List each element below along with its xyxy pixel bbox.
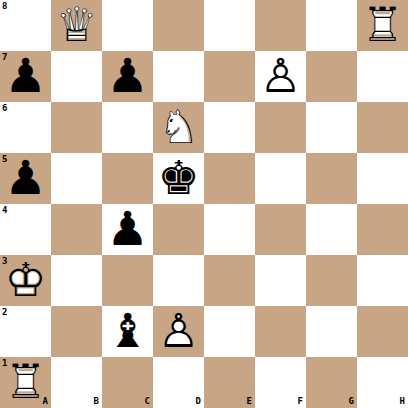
piece-fill-glyph: ♟ [102, 204, 153, 255]
piece-wK-a3[interactable]: ♚♔ [0, 255, 51, 306]
piece-outline-glyph: ♖ [357, 0, 408, 51]
file-label-f: F [298, 397, 303, 406]
rank-label-6: 6 [2, 104, 7, 113]
file-label-g: G [349, 397, 354, 406]
square-h8[interactable]: ♜♖ [357, 0, 408, 51]
square-c8[interactable] [102, 0, 153, 51]
square-b2[interactable] [51, 306, 102, 357]
square-a4[interactable]: 4 [0, 204, 51, 255]
square-a1[interactable]: 1A♜♖ [0, 357, 51, 408]
square-c1[interactable]: C [102, 357, 153, 408]
piece-wP-d2[interactable]: ♟♙ [153, 306, 204, 357]
piece-fill-glyph: ♝ [102, 306, 153, 357]
square-e5[interactable] [204, 153, 255, 204]
piece-wR-h8[interactable]: ♜♖ [357, 0, 408, 51]
square-f8[interactable] [255, 0, 306, 51]
square-f6[interactable] [255, 102, 306, 153]
square-a5[interactable]: 5♟ [0, 153, 51, 204]
square-b8[interactable]: ♛♕ [51, 0, 102, 51]
piece-bP-a5[interactable]: ♟ [0, 153, 51, 204]
square-d2[interactable]: ♟♙ [153, 306, 204, 357]
square-f3[interactable] [255, 255, 306, 306]
piece-outline-glyph: ♕ [51, 0, 102, 51]
piece-wQ-b8[interactable]: ♛♕ [51, 0, 102, 51]
piece-wR-a1[interactable]: ♜♖ [0, 357, 51, 408]
square-e3[interactable] [204, 255, 255, 306]
square-c2[interactable]: ♝ [102, 306, 153, 357]
file-label-b: B [94, 397, 99, 406]
square-g3[interactable] [306, 255, 357, 306]
piece-fill-glyph: ♟ [0, 153, 51, 204]
square-g7[interactable] [306, 51, 357, 102]
square-b3[interactable] [51, 255, 102, 306]
square-b4[interactable] [51, 204, 102, 255]
square-a8[interactable]: 8 [0, 0, 51, 51]
square-a6[interactable]: 6 [0, 102, 51, 153]
square-e4[interactable] [204, 204, 255, 255]
square-h2[interactable] [357, 306, 408, 357]
square-e7[interactable] [204, 51, 255, 102]
piece-outline-glyph: ♙ [153, 306, 204, 357]
square-a7[interactable]: 7♟ [0, 51, 51, 102]
square-h3[interactable] [357, 255, 408, 306]
square-f1[interactable]: F [255, 357, 306, 408]
square-f2[interactable] [255, 306, 306, 357]
square-b1[interactable]: B [51, 357, 102, 408]
file-label-h: H [400, 397, 405, 406]
piece-outline-glyph: ♖ [0, 357, 51, 408]
rank-label-2: 2 [2, 308, 7, 317]
square-f7[interactable]: ♟♙ [255, 51, 306, 102]
piece-bB-c2[interactable]: ♝ [102, 306, 153, 357]
square-c6[interactable] [102, 102, 153, 153]
piece-outline-glyph: ♔ [0, 255, 51, 306]
square-h7[interactable] [357, 51, 408, 102]
square-f4[interactable] [255, 204, 306, 255]
piece-outline-glyph: ♘ [153, 102, 204, 153]
file-label-c: C [145, 397, 150, 406]
piece-outline-glyph: ♙ [255, 51, 306, 102]
piece-bP-c4[interactable]: ♟ [102, 204, 153, 255]
square-h1[interactable]: H [357, 357, 408, 408]
chessboard: 8♛♕♜♖7♟♟♟♙6♞♘5♟♚4♟3♚♔2♝♟♙1A♜♖BCDEFGH [0, 0, 408, 408]
square-d7[interactable] [153, 51, 204, 102]
square-e2[interactable] [204, 306, 255, 357]
square-b5[interactable] [51, 153, 102, 204]
square-h5[interactable] [357, 153, 408, 204]
square-e1[interactable]: E [204, 357, 255, 408]
piece-bK-d5[interactable]: ♚ [153, 153, 204, 204]
square-h6[interactable] [357, 102, 408, 153]
square-a3[interactable]: 3♚♔ [0, 255, 51, 306]
square-b7[interactable] [51, 51, 102, 102]
square-d5[interactable]: ♚ [153, 153, 204, 204]
square-h4[interactable] [357, 204, 408, 255]
square-g6[interactable] [306, 102, 357, 153]
rank-label-8: 8 [2, 2, 7, 11]
piece-wP-f7[interactable]: ♟♙ [255, 51, 306, 102]
square-c7[interactable]: ♟ [102, 51, 153, 102]
piece-wN-d6[interactable]: ♞♘ [153, 102, 204, 153]
square-g5[interactable] [306, 153, 357, 204]
rank-label-4: 4 [2, 206, 7, 215]
piece-bP-c7[interactable]: ♟ [102, 51, 153, 102]
square-d4[interactable] [153, 204, 204, 255]
square-e8[interactable] [204, 0, 255, 51]
square-d1[interactable]: D [153, 357, 204, 408]
file-label-d: D [196, 397, 201, 406]
square-b6[interactable] [51, 102, 102, 153]
square-d3[interactable] [153, 255, 204, 306]
piece-fill-glyph: ♟ [102, 51, 153, 102]
square-c4[interactable]: ♟ [102, 204, 153, 255]
square-d6[interactable]: ♞♘ [153, 102, 204, 153]
square-d8[interactable] [153, 0, 204, 51]
piece-bP-a7[interactable]: ♟ [0, 51, 51, 102]
square-a2[interactable]: 2 [0, 306, 51, 357]
piece-fill-glyph: ♚ [153, 153, 204, 204]
square-f5[interactable] [255, 153, 306, 204]
square-g8[interactable] [306, 0, 357, 51]
file-label-e: E [247, 397, 252, 406]
square-c3[interactable] [102, 255, 153, 306]
square-e6[interactable] [204, 102, 255, 153]
square-g1[interactable]: G [306, 357, 357, 408]
square-c5[interactable] [102, 153, 153, 204]
piece-fill-glyph: ♟ [0, 51, 51, 102]
square-g4[interactable] [306, 204, 357, 255]
square-g2[interactable] [306, 306, 357, 357]
